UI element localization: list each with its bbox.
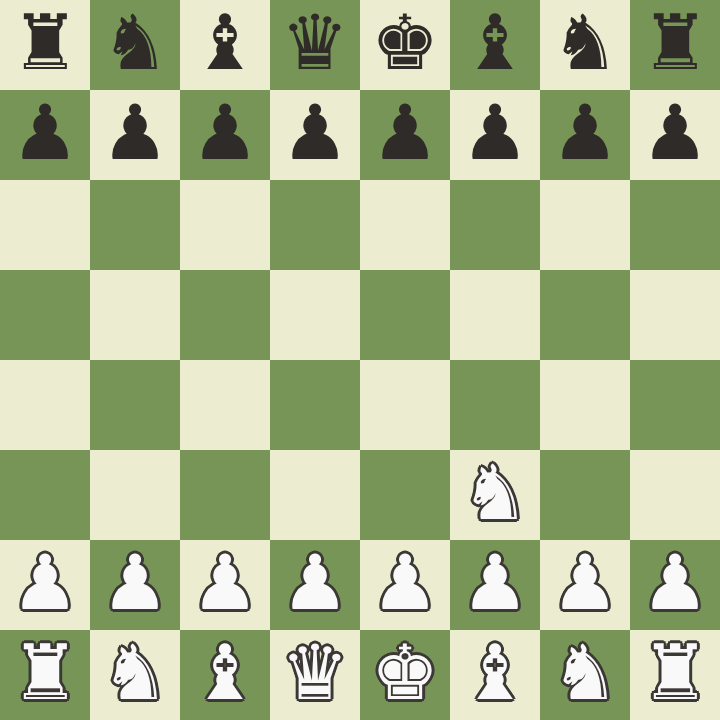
piece-black-pawn[interactable]: ♟ [180, 88, 270, 178]
piece-white-knight[interactable]: ♞ [450, 448, 540, 538]
square-b8[interactable]: ♞ [90, 0, 180, 90]
square-e3[interactable] [360, 450, 450, 540]
piece-black-queen[interactable]: ♛ [270, 0, 360, 88]
square-c3[interactable] [180, 450, 270, 540]
piece-white-pawn[interactable]: ♟ [270, 538, 360, 628]
square-b6[interactable] [90, 180, 180, 270]
square-g5[interactable] [540, 270, 630, 360]
square-c6[interactable] [180, 180, 270, 270]
square-c4[interactable] [180, 360, 270, 450]
square-h3[interactable] [630, 450, 720, 540]
square-g3[interactable] [540, 450, 630, 540]
square-f5[interactable] [450, 270, 540, 360]
square-f6[interactable] [450, 180, 540, 270]
square-b5[interactable] [90, 270, 180, 360]
piece-white-rook[interactable]: ♜ [0, 628, 90, 718]
square-b7[interactable]: ♟ [90, 90, 180, 180]
square-g1[interactable]: ♞ [540, 630, 630, 720]
square-h7[interactable]: ♟ [630, 90, 720, 180]
piece-white-pawn[interactable]: ♟ [450, 538, 540, 628]
piece-black-pawn[interactable]: ♟ [630, 88, 720, 178]
square-h5[interactable] [630, 270, 720, 360]
piece-white-knight[interactable]: ♞ [540, 628, 630, 718]
piece-white-queen[interactable]: ♛ [270, 628, 360, 718]
square-h6[interactable] [630, 180, 720, 270]
piece-black-rook[interactable]: ♜ [0, 0, 90, 88]
square-a6[interactable] [0, 180, 90, 270]
square-d8[interactable]: ♛ [270, 0, 360, 90]
square-a4[interactable] [0, 360, 90, 450]
square-b3[interactable] [90, 450, 180, 540]
piece-white-pawn[interactable]: ♟ [630, 538, 720, 628]
square-d5[interactable] [270, 270, 360, 360]
piece-black-pawn[interactable]: ♟ [90, 88, 180, 178]
piece-black-king[interactable]: ♚ [360, 0, 450, 88]
square-h4[interactable] [630, 360, 720, 450]
piece-black-pawn[interactable]: ♟ [0, 88, 90, 178]
square-d7[interactable]: ♟ [270, 90, 360, 180]
square-a2[interactable]: ♟ [0, 540, 90, 630]
square-a1[interactable]: ♜ [0, 630, 90, 720]
piece-black-pawn[interactable]: ♟ [540, 88, 630, 178]
square-f1[interactable]: ♝ [450, 630, 540, 720]
piece-black-knight[interactable]: ♞ [540, 0, 630, 88]
piece-white-pawn[interactable]: ♟ [90, 538, 180, 628]
piece-white-pawn[interactable]: ♟ [360, 538, 450, 628]
square-f2[interactable]: ♟ [450, 540, 540, 630]
square-g8[interactable]: ♞ [540, 0, 630, 90]
square-a5[interactable] [0, 270, 90, 360]
square-h2[interactable]: ♟ [630, 540, 720, 630]
square-c7[interactable]: ♟ [180, 90, 270, 180]
piece-black-bishop[interactable]: ♝ [180, 0, 270, 88]
square-e8[interactable]: ♚ [360, 0, 450, 90]
piece-white-pawn[interactable]: ♟ [0, 538, 90, 628]
piece-white-king[interactable]: ♚ [360, 628, 450, 718]
square-g6[interactable] [540, 180, 630, 270]
square-e1[interactable]: ♚ [360, 630, 450, 720]
square-c5[interactable] [180, 270, 270, 360]
piece-white-pawn[interactable]: ♟ [180, 538, 270, 628]
piece-white-knight[interactable]: ♞ [90, 628, 180, 718]
square-a3[interactable] [0, 450, 90, 540]
square-d2[interactable]: ♟ [270, 540, 360, 630]
piece-white-rook[interactable]: ♜ [630, 628, 720, 718]
square-c1[interactable]: ♝ [180, 630, 270, 720]
square-e4[interactable] [360, 360, 450, 450]
piece-black-bishop[interactable]: ♝ [450, 0, 540, 88]
square-d6[interactable] [270, 180, 360, 270]
square-a8[interactable]: ♜ [0, 0, 90, 90]
square-f7[interactable]: ♟ [450, 90, 540, 180]
chess-board: ♜♞♝♛♚♝♞♜♟♟♟♟♟♟♟♟♞♟♟♟♟♟♟♟♟♜♞♝♛♚♝♞♜ [0, 0, 720, 720]
square-d1[interactable]: ♛ [270, 630, 360, 720]
piece-white-bishop[interactable]: ♝ [450, 628, 540, 718]
square-e2[interactable]: ♟ [360, 540, 450, 630]
piece-white-pawn[interactable]: ♟ [540, 538, 630, 628]
square-e6[interactable] [360, 180, 450, 270]
square-c2[interactable]: ♟ [180, 540, 270, 630]
square-a7[interactable]: ♟ [0, 90, 90, 180]
square-b2[interactable]: ♟ [90, 540, 180, 630]
square-e7[interactable]: ♟ [360, 90, 450, 180]
square-d4[interactable] [270, 360, 360, 450]
square-c8[interactable]: ♝ [180, 0, 270, 90]
square-g2[interactable]: ♟ [540, 540, 630, 630]
square-f8[interactable]: ♝ [450, 0, 540, 90]
square-h8[interactable]: ♜ [630, 0, 720, 90]
square-b1[interactable]: ♞ [90, 630, 180, 720]
square-f4[interactable] [450, 360, 540, 450]
square-h1[interactable]: ♜ [630, 630, 720, 720]
piece-black-pawn[interactable]: ♟ [360, 88, 450, 178]
square-g7[interactable]: ♟ [540, 90, 630, 180]
square-b4[interactable] [90, 360, 180, 450]
square-g4[interactable] [540, 360, 630, 450]
piece-black-knight[interactable]: ♞ [90, 0, 180, 88]
piece-black-pawn[interactable]: ♟ [270, 88, 360, 178]
piece-black-rook[interactable]: ♜ [630, 0, 720, 88]
piece-black-pawn[interactable]: ♟ [450, 88, 540, 178]
square-d3[interactable] [270, 450, 360, 540]
square-e5[interactable] [360, 270, 450, 360]
piece-white-bishop[interactable]: ♝ [180, 628, 270, 718]
square-f3[interactable]: ♞ [450, 450, 540, 540]
